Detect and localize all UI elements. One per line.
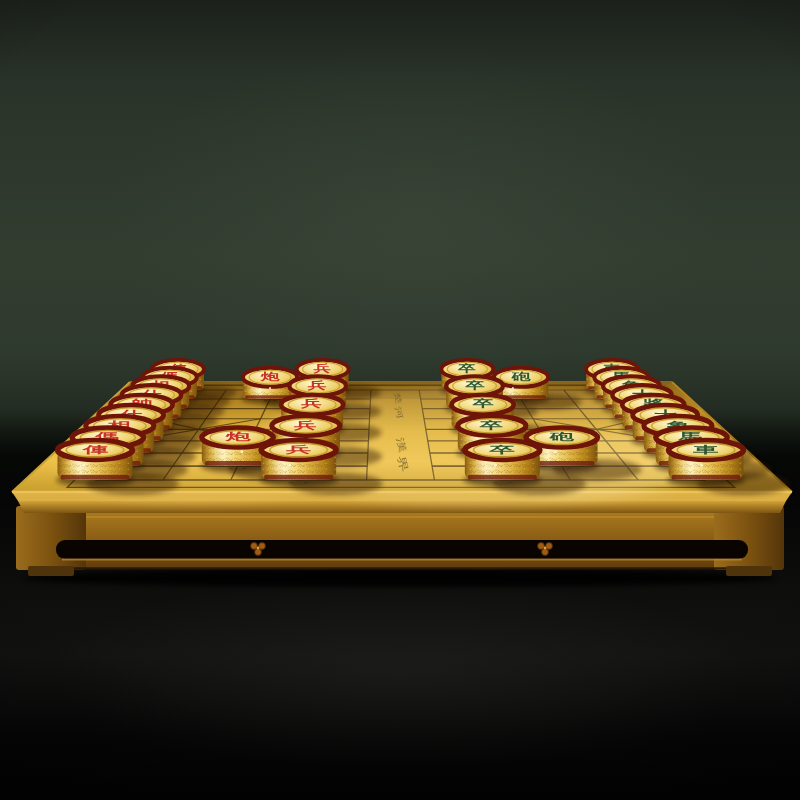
table-foot-left [28,566,74,576]
table-foot-right [726,566,772,576]
svg-text:兵: 兵 [307,379,328,390]
svg-text:卒: 卒 [488,444,515,455]
svg-text:砲: 砲 [548,431,574,442]
svg-text:炮: 炮 [224,431,250,442]
svg-text:兵: 兵 [300,398,323,410]
svg-text:炮: 炮 [260,371,280,382]
svg-text:卒: 卒 [472,398,494,410]
photo-scene: Xiangqi (Chinese Chess) [0,0,800,800]
svg-text:卒: 卒 [464,379,485,390]
svg-text:兵: 兵 [293,419,318,430]
svg-text:卒: 卒 [457,363,476,374]
svg-text:兵: 兵 [313,363,332,374]
svg-text:兵: 兵 [285,444,312,455]
svg-text:俥: 俥 [81,444,109,455]
table-base [12,492,792,587]
xiangqi-board: Xiangqi (Chinese Chess) [0,0,800,800]
svg-text:砲: 砲 [511,371,531,382]
piece-black-chariot[interactable]: 車 [669,441,744,480]
svg-text:卒: 卒 [479,419,504,430]
piece-red-soldier[interactable]: 兵 [261,441,336,480]
piece-black-soldier[interactable]: 卒 [465,441,540,480]
svg-text:車: 車 [692,444,719,455]
piece-red-chariot[interactable]: 俥 [58,441,133,480]
